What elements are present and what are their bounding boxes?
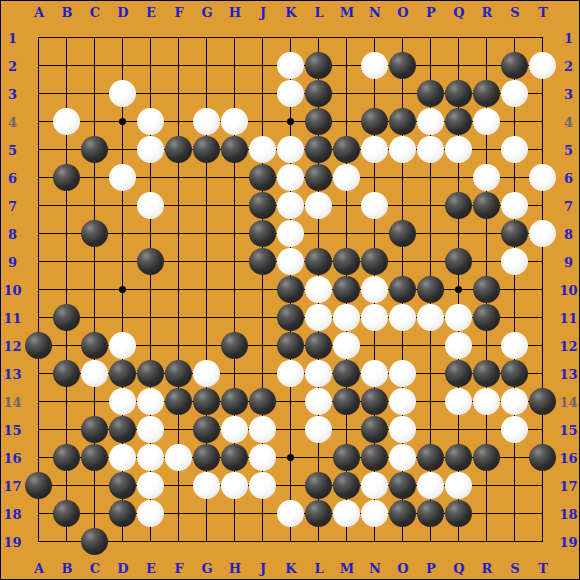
board-cell-O2[interactable] [389,52,417,80]
board-cell-G13[interactable] [193,360,221,388]
board-cell-J14[interactable] [249,388,277,416]
board-cell-L12[interactable] [305,332,333,360]
board-cell-P4[interactable] [417,108,445,136]
board-cell-D9[interactable] [109,248,137,276]
board-cell-H5[interactable] [221,136,249,164]
board-cell-L8[interactable] [305,220,333,248]
board-cell-L16[interactable] [305,444,333,472]
board-cell-Q18[interactable] [445,500,473,528]
board-cell-C10[interactable] [81,276,109,304]
board-cell-E7[interactable] [137,192,165,220]
board-cell-S5[interactable] [501,136,529,164]
board-cell-Q4[interactable] [445,108,473,136]
board-cell-E13[interactable] [137,360,165,388]
board-cell-K18[interactable] [277,500,305,528]
board-cell-G10[interactable] [193,276,221,304]
board-cell-G8[interactable] [193,220,221,248]
board-cell-R1[interactable] [473,24,501,52]
board-cell-F12[interactable] [165,332,193,360]
board-cell-R2[interactable] [473,52,501,80]
board-cell-K7[interactable] [277,192,305,220]
board-cell-P11[interactable] [417,304,445,332]
board-cell-M9[interactable] [333,248,361,276]
board-cell-T18[interactable] [529,500,557,528]
board-cell-O4[interactable] [389,108,417,136]
board-cell-P14[interactable] [417,388,445,416]
board-cell-K11[interactable] [277,304,305,332]
board-cell-T9[interactable] [529,248,557,276]
board-cell-O17[interactable] [389,472,417,500]
board-cell-A9[interactable] [25,248,53,276]
board-cell-P9[interactable] [417,248,445,276]
board-cell-H14[interactable] [221,388,249,416]
board-cell-O15[interactable] [389,416,417,444]
board-cell-Q12[interactable] [445,332,473,360]
board-cell-A6[interactable] [25,164,53,192]
board-cell-A3[interactable] [25,80,53,108]
board-cell-P19[interactable] [417,528,445,556]
board-cell-R11[interactable] [473,304,501,332]
board-cell-N2[interactable] [361,52,389,80]
board-cell-F6[interactable] [165,164,193,192]
board-cell-P8[interactable] [417,220,445,248]
board-cell-H12[interactable] [221,332,249,360]
board-cell-T2[interactable] [529,52,557,80]
board-cell-H3[interactable] [221,80,249,108]
board-cell-S17[interactable] [501,472,529,500]
board-cell-C5[interactable] [81,136,109,164]
board-cell-R16[interactable] [473,444,501,472]
board-cell-Q7[interactable] [445,192,473,220]
board-cell-S8[interactable] [501,220,529,248]
board-cell-B13[interactable] [53,360,81,388]
board-cell-S18[interactable] [501,500,529,528]
board-cell-N14[interactable] [361,388,389,416]
board-cell-O6[interactable] [389,164,417,192]
board-cell-S13[interactable] [501,360,529,388]
board-cell-C2[interactable] [81,52,109,80]
board-cell-A19[interactable] [25,528,53,556]
board-cell-D8[interactable] [109,220,137,248]
board-cell-M4[interactable] [333,108,361,136]
board-cell-B15[interactable] [53,416,81,444]
board-cell-P6[interactable] [417,164,445,192]
board-cell-S16[interactable] [501,444,529,472]
board-cell-J18[interactable] [249,500,277,528]
board-cell-C15[interactable] [81,416,109,444]
board-cell-R3[interactable] [473,80,501,108]
board-cell-N10[interactable] [361,276,389,304]
board-cell-H10[interactable] [221,276,249,304]
board-cell-P13[interactable] [417,360,445,388]
board-cell-J10[interactable] [249,276,277,304]
board-cell-M14[interactable] [333,388,361,416]
board-cell-J5[interactable] [249,136,277,164]
board-cell-B1[interactable] [53,24,81,52]
board-cell-C19[interactable] [81,528,109,556]
board-cell-J16[interactable] [249,444,277,472]
board-cell-R13[interactable] [473,360,501,388]
board-cell-O10[interactable] [389,276,417,304]
board-cell-E10[interactable] [137,276,165,304]
board-cell-Q1[interactable] [445,24,473,52]
board-cell-N11[interactable] [361,304,389,332]
board-cell-E12[interactable] [137,332,165,360]
board-cell-E15[interactable] [137,416,165,444]
board-cell-E19[interactable] [137,528,165,556]
board-cell-A7[interactable] [25,192,53,220]
board-cell-R10[interactable] [473,276,501,304]
board-cell-B2[interactable] [53,52,81,80]
board-cell-M11[interactable] [333,304,361,332]
board-cell-L5[interactable] [305,136,333,164]
board-cell-G14[interactable] [193,388,221,416]
board-cell-Q15[interactable] [445,416,473,444]
board-cell-Q19[interactable] [445,528,473,556]
board-cell-Q13[interactable] [445,360,473,388]
board-cell-D15[interactable] [109,416,137,444]
board-cell-C8[interactable] [81,220,109,248]
board-cell-M8[interactable] [333,220,361,248]
board-cell-Q11[interactable] [445,304,473,332]
board-cell-J15[interactable] [249,416,277,444]
board-cell-T17[interactable] [529,472,557,500]
board-cell-F4[interactable] [165,108,193,136]
board-cell-F9[interactable] [165,248,193,276]
board-cell-R15[interactable] [473,416,501,444]
board-cell-Q9[interactable] [445,248,473,276]
board-cell-B4[interactable] [53,108,81,136]
board-cell-F1[interactable] [165,24,193,52]
board-cell-J4[interactable] [249,108,277,136]
board-cell-O8[interactable] [389,220,417,248]
board-cell-O14[interactable] [389,388,417,416]
board-cell-L11[interactable] [305,304,333,332]
board-cell-H15[interactable] [221,416,249,444]
board-cell-E1[interactable] [137,24,165,52]
board-cell-S9[interactable] [501,248,529,276]
board-cell-S10[interactable] [501,276,529,304]
board-cell-E9[interactable] [137,248,165,276]
board-cell-A5[interactable] [25,136,53,164]
board-cell-P15[interactable] [417,416,445,444]
board-cell-A15[interactable] [25,416,53,444]
board-cell-H4[interactable] [221,108,249,136]
board-cell-Q5[interactable] [445,136,473,164]
board-cell-O11[interactable] [389,304,417,332]
board-cell-O16[interactable] [389,444,417,472]
board-cell-G3[interactable] [193,80,221,108]
board-cell-G17[interactable] [193,472,221,500]
board-cell-K8[interactable] [277,220,305,248]
board-cell-E5[interactable] [137,136,165,164]
board-cell-B19[interactable] [53,528,81,556]
board-cell-G6[interactable] [193,164,221,192]
board-cell-G4[interactable] [193,108,221,136]
board-cell-G9[interactable] [193,248,221,276]
board-cell-L6[interactable] [305,164,333,192]
board-cell-T5[interactable] [529,136,557,164]
board-cell-T7[interactable] [529,192,557,220]
board-cell-C9[interactable] [81,248,109,276]
board-cell-H9[interactable] [221,248,249,276]
board-cell-P17[interactable] [417,472,445,500]
board-cell-O19[interactable] [389,528,417,556]
board-cell-M2[interactable] [333,52,361,80]
board-cell-J7[interactable] [249,192,277,220]
board-cell-D3[interactable] [109,80,137,108]
board-cell-H19[interactable] [221,528,249,556]
board-cell-B10[interactable] [53,276,81,304]
board-cell-M6[interactable] [333,164,361,192]
board-cell-A18[interactable] [25,500,53,528]
board-cell-P1[interactable] [417,24,445,52]
board-cell-C6[interactable] [81,164,109,192]
board-cell-K14[interactable] [277,388,305,416]
board-cell-L10[interactable] [305,276,333,304]
board-cell-A13[interactable] [25,360,53,388]
board-cell-H1[interactable] [221,24,249,52]
board-cell-T15[interactable] [529,416,557,444]
board-cell-H2[interactable] [221,52,249,80]
board-cell-B16[interactable] [53,444,81,472]
board-cell-F3[interactable] [165,80,193,108]
board-cell-K1[interactable] [277,24,305,52]
board-cell-L1[interactable] [305,24,333,52]
board-cell-L19[interactable] [305,528,333,556]
board-cell-D16[interactable] [109,444,137,472]
board-cell-E18[interactable] [137,500,165,528]
board-cell-S2[interactable] [501,52,529,80]
board-cell-R17[interactable] [473,472,501,500]
board-cell-M19[interactable] [333,528,361,556]
board-cell-T10[interactable] [529,276,557,304]
board-cell-D14[interactable] [109,388,137,416]
board-cell-O13[interactable] [389,360,417,388]
board-cell-B6[interactable] [53,164,81,192]
board-cell-N15[interactable] [361,416,389,444]
board-cell-B17[interactable] [53,472,81,500]
board-cell-H7[interactable] [221,192,249,220]
board-cell-D7[interactable] [109,192,137,220]
board-cell-A10[interactable] [25,276,53,304]
board-cell-E8[interactable] [137,220,165,248]
board-cell-S19[interactable] [501,528,529,556]
board-cell-A2[interactable] [25,52,53,80]
board-cell-M17[interactable] [333,472,361,500]
board-cell-D6[interactable] [109,164,137,192]
board-cell-G18[interactable] [193,500,221,528]
board-cell-L3[interactable] [305,80,333,108]
board-cell-M13[interactable] [333,360,361,388]
board-cell-K17[interactable] [277,472,305,500]
board-cell-G5[interactable] [193,136,221,164]
board-cell-J2[interactable] [249,52,277,80]
board-cell-M12[interactable] [333,332,361,360]
board-cell-K5[interactable] [277,136,305,164]
board-cell-Q14[interactable] [445,388,473,416]
board-cell-T16[interactable] [529,444,557,472]
board-cell-K12[interactable] [277,332,305,360]
board-cell-S12[interactable] [501,332,529,360]
board-cell-F2[interactable] [165,52,193,80]
board-cell-C4[interactable] [81,108,109,136]
board-cell-H17[interactable] [221,472,249,500]
board-cell-R19[interactable] [473,528,501,556]
board-cell-N8[interactable] [361,220,389,248]
board-cell-A14[interactable] [25,388,53,416]
board-cell-O7[interactable] [389,192,417,220]
board-cell-N16[interactable] [361,444,389,472]
board-cell-J3[interactable] [249,80,277,108]
board-cell-R9[interactable] [473,248,501,276]
board-cell-Q6[interactable] [445,164,473,192]
board-cell-F15[interactable] [165,416,193,444]
board-cell-J12[interactable] [249,332,277,360]
board-cell-L2[interactable] [305,52,333,80]
board-cell-N4[interactable] [361,108,389,136]
board-cell-D10[interactable] [109,276,137,304]
board-cell-E11[interactable] [137,304,165,332]
board-cell-G2[interactable] [193,52,221,80]
board-cell-C14[interactable] [81,388,109,416]
board-cell-B8[interactable] [53,220,81,248]
board-cell-O9[interactable] [389,248,417,276]
board-cell-F5[interactable] [165,136,193,164]
board-cell-F16[interactable] [165,444,193,472]
board-cell-O5[interactable] [389,136,417,164]
board-cell-A16[interactable] [25,444,53,472]
board-cell-T19[interactable] [529,528,557,556]
board-cell-J19[interactable] [249,528,277,556]
board-cell-B7[interactable] [53,192,81,220]
board-cell-D11[interactable] [109,304,137,332]
board-cell-Q16[interactable] [445,444,473,472]
board-cell-T4[interactable] [529,108,557,136]
board-cell-M15[interactable] [333,416,361,444]
board-cell-B5[interactable] [53,136,81,164]
board-cell-B14[interactable] [53,388,81,416]
board-cell-B9[interactable] [53,248,81,276]
board-cell-F18[interactable] [165,500,193,528]
board-cell-T8[interactable] [529,220,557,248]
board-cell-H11[interactable] [221,304,249,332]
board-cell-C11[interactable] [81,304,109,332]
board-cell-J6[interactable] [249,164,277,192]
board-cell-H6[interactable] [221,164,249,192]
board-cell-N5[interactable] [361,136,389,164]
board-cell-N7[interactable] [361,192,389,220]
board-cell-N9[interactable] [361,248,389,276]
board-cell-D17[interactable] [109,472,137,500]
board-cell-K16[interactable] [277,444,305,472]
board-cell-L9[interactable] [305,248,333,276]
board-cell-D2[interactable] [109,52,137,80]
board-cell-H16[interactable] [221,444,249,472]
board-cell-D4[interactable] [109,108,137,136]
board-cell-T6[interactable] [529,164,557,192]
board-cell-S1[interactable] [501,24,529,52]
board-cell-L17[interactable] [305,472,333,500]
board-cell-G15[interactable] [193,416,221,444]
board-cell-Q2[interactable] [445,52,473,80]
board-cell-A12[interactable] [25,332,53,360]
board-cell-S7[interactable] [501,192,529,220]
board-cell-T1[interactable] [529,24,557,52]
board-cell-A11[interactable] [25,304,53,332]
board-cell-B3[interactable] [53,80,81,108]
board-cell-Q17[interactable] [445,472,473,500]
board-cell-N1[interactable] [361,24,389,52]
board-cell-R14[interactable] [473,388,501,416]
board-cell-E6[interactable] [137,164,165,192]
board-cell-C7[interactable] [81,192,109,220]
board-cell-F19[interactable] [165,528,193,556]
board-cell-G7[interactable] [193,192,221,220]
board-cell-P3[interactable] [417,80,445,108]
board-cell-G16[interactable] [193,444,221,472]
board-cell-P12[interactable] [417,332,445,360]
board-cell-C17[interactable] [81,472,109,500]
board-cell-K4[interactable] [277,108,305,136]
board-cell-K19[interactable] [277,528,305,556]
board-cell-E17[interactable] [137,472,165,500]
board-cell-M5[interactable] [333,136,361,164]
board-cell-C13[interactable] [81,360,109,388]
board-cell-R6[interactable] [473,164,501,192]
board-cell-E16[interactable] [137,444,165,472]
board-cell-K3[interactable] [277,80,305,108]
board-cell-N12[interactable] [361,332,389,360]
board-cell-S14[interactable] [501,388,529,416]
board-cell-O3[interactable] [389,80,417,108]
board-cell-D19[interactable] [109,528,137,556]
board-cell-S3[interactable] [501,80,529,108]
board-cell-L14[interactable] [305,388,333,416]
board-cell-B12[interactable] [53,332,81,360]
board-cell-F14[interactable] [165,388,193,416]
board-cell-T14[interactable] [529,388,557,416]
board-cell-E4[interactable] [137,108,165,136]
board-cell-F7[interactable] [165,192,193,220]
board-cell-S11[interactable] [501,304,529,332]
board-cell-E3[interactable] [137,80,165,108]
board-cell-R5[interactable] [473,136,501,164]
board-cell-G12[interactable] [193,332,221,360]
board-cell-P18[interactable] [417,500,445,528]
board-cell-C18[interactable] [81,500,109,528]
board-cell-N19[interactable] [361,528,389,556]
board-cell-B18[interactable] [53,500,81,528]
board-cell-N17[interactable] [361,472,389,500]
board-cell-R7[interactable] [473,192,501,220]
board-cell-P7[interactable] [417,192,445,220]
board-cell-P2[interactable] [417,52,445,80]
board-cell-A4[interactable] [25,108,53,136]
board-cell-C1[interactable] [81,24,109,52]
board-cell-H13[interactable] [221,360,249,388]
board-cell-F13[interactable] [165,360,193,388]
board-cell-J1[interactable] [249,24,277,52]
board-cell-F11[interactable] [165,304,193,332]
board-cell-R4[interactable] [473,108,501,136]
board-cell-P16[interactable] [417,444,445,472]
board-cell-G19[interactable] [193,528,221,556]
board-cell-F8[interactable] [165,220,193,248]
board-cell-Q8[interactable] [445,220,473,248]
board-cell-A8[interactable] [25,220,53,248]
board-cell-H18[interactable] [221,500,249,528]
